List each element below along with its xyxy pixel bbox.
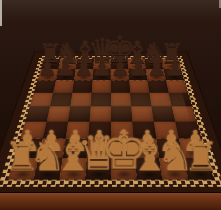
board-front-frame <box>0 193 221 210</box>
board-grid: ♜♞♝♛♚♝♞♜♟♟♟♟♟♟♟♟♟♟♟♟♟♟♟♟♜♞♝♛♚♝♞♜ <box>7 59 213 180</box>
square-d6 <box>91 80 110 92</box>
square-c7: ♟ <box>74 69 93 80</box>
square-h7: ♟ <box>163 69 184 80</box>
piece-black-pawn: ♟ <box>164 57 184 79</box>
square-e7: ♟ <box>111 69 129 80</box>
piece-black-pawn: ♟ <box>55 57 75 79</box>
square-g7: ♟ <box>145 69 165 80</box>
piece-black-pawn: ♟ <box>91 57 111 79</box>
piece-white-rook: ♜ <box>182 137 218 177</box>
square-e6 <box>111 80 130 92</box>
piece-black-pawn: ♟ <box>146 57 166 79</box>
square-h1: ♜ <box>183 158 214 180</box>
square-h5 <box>168 93 191 107</box>
photo-backdrop: ♜♞♝♛♚♝♞♜♟♟♟♟♟♟♟♟♟♟♟♟♟♟♟♟♜♞♝♛♚♝♞♜ <box>0 0 221 210</box>
square-b6 <box>53 80 74 92</box>
square-f6 <box>129 80 149 92</box>
square-c6 <box>72 80 92 92</box>
piece-black-pawn: ♟ <box>128 57 148 79</box>
chess-board-frame: ♜♞♝♛♚♝♞♜♟♟♟♟♟♟♟♟♟♟♟♟♟♟♟♟♜♞♝♛♚♝♞♜ <box>0 52 221 196</box>
square-f7: ♟ <box>128 69 147 80</box>
piece-black-pawn: ♟ <box>110 57 130 79</box>
square-c4 <box>68 106 91 121</box>
piece-black-pawn: ♟ <box>37 57 57 79</box>
piece-black-pawn: ♟ <box>73 57 93 79</box>
square-d5 <box>90 93 110 107</box>
square-d7: ♟ <box>92 69 110 80</box>
square-b4 <box>46 106 70 121</box>
square-c5 <box>70 93 91 107</box>
square-f5 <box>130 93 151 107</box>
chess-board: ♜♞♝♛♚♝♞♜♟♟♟♟♟♟♟♟♟♟♟♟♟♟♟♟♜♞♝♛♚♝♞♜ <box>0 0 221 196</box>
square-b5 <box>50 93 72 107</box>
square-h4 <box>171 106 196 121</box>
square-h6 <box>165 80 187 92</box>
square-b7: ♟ <box>56 69 76 80</box>
square-e5 <box>111 93 131 107</box>
